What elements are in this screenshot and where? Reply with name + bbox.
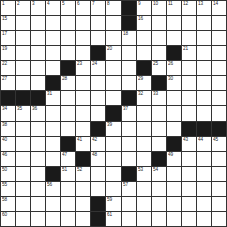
white-cell[interactable] [197,212,211,226]
white-cell[interactable]: 19 [1,46,15,60]
white-cell[interactable]: 25 [152,61,166,75]
white-cell[interactable] [167,106,181,120]
white-cell[interactable] [76,31,90,45]
clue-number: 28 [62,76,67,81]
white-cell[interactable] [61,46,75,60]
white-cell[interactable] [91,91,105,105]
white-cell[interactable] [137,212,151,226]
clue-number: 59 [107,197,112,202]
clue-number: 26 [168,61,173,66]
clue-number: 54 [153,167,158,172]
white-cell[interactable] [137,106,151,120]
white-cell[interactable] [152,122,166,136]
white-cell[interactable] [16,16,30,30]
white-cell[interactable] [91,182,105,196]
black-cell [1,91,15,105]
white-cell[interactable]: 20 [106,46,120,60]
white-cell[interactable] [16,46,30,60]
white-cell[interactable] [182,167,196,181]
white-cell[interactable]: 8 [106,1,120,15]
white-cell[interactable] [167,91,181,105]
clue-number: 56 [47,182,52,187]
black-cell [212,122,226,136]
white-cell[interactable]: 17 [1,31,15,45]
clue-number: 49 [168,152,173,157]
white-cell[interactable]: 11 [167,1,181,15]
white-cell[interactable] [31,152,45,166]
white-cell[interactable] [212,61,226,75]
white-cell[interactable]: 27 [1,76,15,90]
white-cell[interactable] [16,212,30,226]
white-cell[interactable] [76,212,90,226]
white-cell[interactable]: 48 [91,152,105,166]
white-cell[interactable] [31,197,45,211]
white-cell[interactable]: 46 [1,152,15,166]
clue-number: 22 [2,61,7,66]
white-cell[interactable] [16,182,30,196]
white-cell[interactable] [61,212,75,226]
white-cell[interactable]: 18 [122,31,136,45]
white-cell[interactable] [122,152,136,166]
white-cell[interactable]: 52 [76,167,90,181]
clue-number: 5 [62,1,64,6]
white-cell[interactable]: 35 [16,106,30,120]
white-cell[interactable] [122,46,136,60]
white-cell[interactable] [137,137,151,151]
white-cell[interactable]: 45 [212,137,226,151]
black-cell [167,137,181,151]
white-cell[interactable]: 26 [167,61,181,75]
black-cell [122,1,136,15]
white-cell[interactable] [182,152,196,166]
white-cell[interactable]: 4 [46,1,60,15]
clue-number: 53 [138,167,143,172]
white-cell[interactable]: 28 [61,76,75,90]
white-cell[interactable] [212,31,226,45]
white-cell[interactable] [106,182,120,196]
clue-number: 9 [138,1,140,6]
white-cell[interactable] [106,152,120,166]
white-cell[interactable] [76,46,90,60]
white-cell[interactable]: 5 [61,1,75,15]
white-cell[interactable] [182,106,196,120]
white-cell[interactable] [182,76,196,90]
white-cell[interactable] [76,122,90,136]
white-cell[interactable] [16,31,30,45]
white-cell[interactable] [212,167,226,181]
black-cell [76,152,90,166]
white-cell[interactable] [31,61,45,75]
white-cell[interactable] [91,106,105,120]
white-cell[interactable] [182,212,196,226]
white-cell[interactable] [197,61,211,75]
clue-number: 21 [183,46,188,51]
white-cell[interactable]: 53 [137,167,151,181]
white-cell[interactable] [197,76,211,90]
clue-number: 36 [32,106,37,111]
white-cell[interactable] [16,152,30,166]
clue-number: 31 [47,91,52,96]
white-cell[interactable] [76,182,90,196]
white-cell[interactable] [212,182,226,196]
white-cell[interactable] [197,91,211,105]
white-cell[interactable] [152,182,166,196]
white-cell[interactable] [122,137,136,151]
white-cell[interactable] [91,31,105,45]
white-cell[interactable] [61,197,75,211]
clue-number: 17 [2,31,7,36]
white-cell[interactable]: 36 [31,106,45,120]
black-cell [122,167,136,181]
clue-number: 61 [107,212,112,217]
clue-number: 13 [198,1,203,6]
white-cell[interactable] [197,31,211,45]
clue-number: 37 [123,106,128,111]
white-cell[interactable]: 54 [152,167,166,181]
clue-number: 12 [183,1,188,6]
white-cell[interactable] [167,167,181,181]
clue-number: 27 [2,76,7,81]
white-cell[interactable] [152,46,166,60]
black-cell [122,16,136,30]
white-cell[interactable] [182,182,196,196]
white-cell[interactable] [16,197,30,211]
clue-number: 47 [62,152,67,157]
white-cell[interactable] [106,76,120,90]
clue-number: 33 [153,91,158,96]
white-cell[interactable]: 1 [1,1,15,15]
white-cell[interactable] [61,91,75,105]
white-cell[interactable] [137,152,151,166]
clue-number: 8 [107,1,109,6]
white-cell[interactable] [167,197,181,211]
white-cell[interactable]: 29 [137,76,151,90]
white-cell[interactable] [122,197,136,211]
white-cell[interactable] [76,106,90,120]
white-cell[interactable] [61,122,75,136]
white-cell[interactable] [212,46,226,60]
white-cell[interactable]: 44 [197,137,211,151]
clue-number: 40 [2,137,7,142]
white-cell[interactable] [152,106,166,120]
black-cell [122,91,136,105]
white-cell[interactable] [106,61,120,75]
crossword-grid: 1234567891011121314151617181920212223242… [0,0,227,227]
white-cell[interactable] [31,46,45,60]
white-cell[interactable] [46,122,60,136]
black-cell [91,197,105,211]
white-cell[interactable] [197,197,211,211]
white-cell[interactable] [31,16,45,30]
white-cell[interactable] [91,76,105,90]
clue-number: 43 [183,137,188,142]
white-cell[interactable] [182,16,196,30]
white-cell[interactable] [137,31,151,45]
white-cell[interactable] [46,197,60,211]
white-cell[interactable]: 37 [122,106,136,120]
clue-number: 52 [77,167,82,172]
black-cell [61,137,75,151]
white-cell[interactable] [212,16,226,30]
white-cell[interactable] [152,137,166,151]
clue-number: 20 [107,46,112,51]
white-cell[interactable]: 12 [182,1,196,15]
white-cell[interactable] [212,91,226,105]
white-cell[interactable] [46,31,60,45]
clue-number: 19 [2,46,7,51]
white-cell[interactable] [106,167,120,181]
clue-number: 46 [2,152,7,157]
white-cell[interactable] [197,46,211,60]
white-cell[interactable] [106,91,120,105]
white-cell[interactable]: 14 [212,1,226,15]
clue-number: 4 [47,1,49,6]
white-cell[interactable]: 30 [167,76,181,90]
white-cell[interactable] [122,61,136,75]
white-cell[interactable] [61,182,75,196]
white-cell[interactable]: 41 [76,137,90,151]
white-cell[interactable]: 33 [152,91,166,105]
white-cell[interactable] [61,16,75,30]
white-cell[interactable] [46,152,60,166]
white-cell[interactable] [197,16,211,30]
white-cell[interactable]: 39 [106,122,120,136]
white-cell[interactable] [167,182,181,196]
black-cell [61,61,75,75]
black-cell [137,61,151,75]
white-cell[interactable] [76,76,90,90]
white-cell[interactable]: 43 [182,137,196,151]
clue-number: 23 [77,61,82,66]
white-cell[interactable] [91,167,105,181]
white-cell[interactable]: 9 [137,1,151,15]
clue-number: 41 [77,137,82,142]
black-cell [91,46,105,60]
white-cell[interactable] [46,106,60,120]
clue-number: 60 [2,212,7,217]
white-cell[interactable]: 40 [1,137,15,151]
white-cell[interactable] [46,61,60,75]
white-cell[interactable] [31,31,45,45]
clue-number: 1 [2,1,4,6]
white-cell[interactable]: 55 [1,182,15,196]
white-cell[interactable] [76,197,90,211]
white-cell[interactable] [152,31,166,45]
white-cell[interactable] [167,122,181,136]
white-cell[interactable] [122,76,136,90]
white-cell[interactable]: 47 [61,152,75,166]
white-cell[interactable] [16,167,30,181]
white-cell[interactable] [182,197,196,211]
white-cell[interactable]: 2 [16,1,30,15]
clue-number: 29 [138,76,143,81]
clue-number: 15 [2,16,7,21]
white-cell[interactable] [31,76,45,90]
white-cell[interactable] [31,182,45,196]
white-cell[interactable] [137,122,151,136]
white-cell[interactable] [61,106,75,120]
white-cell[interactable]: 13 [197,1,211,15]
white-cell[interactable] [106,31,120,45]
white-cell[interactable] [212,212,226,226]
clue-number: 38 [2,122,7,127]
white-cell[interactable] [137,197,151,211]
white-cell[interactable] [16,61,30,75]
white-cell[interactable]: 42 [91,137,105,151]
white-cell[interactable]: 56 [46,182,60,196]
clue-number: 58 [2,197,7,202]
clue-number: 2 [17,1,19,6]
white-cell[interactable] [106,137,120,151]
white-cell[interactable]: 6 [76,1,90,15]
white-cell[interactable] [212,76,226,90]
black-cell [182,122,196,136]
white-cell[interactable]: 24 [91,61,105,75]
clue-number: 11 [168,1,173,6]
clue-number: 18 [123,31,128,36]
clue-number: 30 [168,76,173,81]
white-cell[interactable]: 34 [1,106,15,120]
black-cell [46,167,60,181]
white-cell[interactable]: 32 [137,91,151,105]
white-cell[interactable]: 31 [46,91,60,105]
white-cell[interactable] [197,182,211,196]
clue-number: 42 [92,137,97,142]
white-cell[interactable] [182,91,196,105]
white-cell[interactable]: 60 [1,212,15,226]
white-cell[interactable]: 15 [1,16,15,30]
white-cell[interactable]: 38 [1,122,15,136]
white-cell[interactable]: 3 [31,1,45,15]
white-cell[interactable] [46,16,60,30]
clue-number: 3 [32,1,34,6]
white-cell[interactable]: 57 [122,182,136,196]
white-cell[interactable] [212,197,226,211]
white-cell[interactable] [167,31,181,45]
black-cell [46,76,60,90]
white-cell[interactable]: 16 [137,16,151,30]
white-cell[interactable] [167,212,181,226]
white-cell[interactable] [46,137,60,151]
white-cell[interactable]: 21 [182,46,196,60]
black-cell [91,212,105,226]
white-cell[interactable] [122,212,136,226]
clue-number: 32 [138,91,143,96]
clue-number: 45 [213,137,218,142]
white-cell[interactable] [197,167,211,181]
black-cell [16,91,30,105]
white-cell[interactable] [106,16,120,30]
white-cell[interactable] [16,76,30,90]
clue-number: 14 [213,1,218,6]
white-cell[interactable] [31,167,45,181]
clue-number: 44 [198,137,203,142]
black-cell [152,152,166,166]
black-cell [106,106,120,120]
black-cell [167,46,181,60]
clue-number: 24 [92,61,97,66]
white-cell[interactable]: 23 [76,61,90,75]
clue-number: 6 [77,1,79,6]
white-cell[interactable] [16,137,30,151]
white-cell[interactable] [152,197,166,211]
clue-number: 48 [92,152,97,157]
black-cell [91,122,105,136]
clue-number: 39 [107,122,112,127]
white-cell[interactable]: 49 [167,152,181,166]
white-cell[interactable]: 58 [1,197,15,211]
white-cell[interactable]: 59 [106,197,120,211]
clue-number: 55 [2,182,7,187]
black-cell [31,91,45,105]
white-cell[interactable] [182,31,196,45]
clue-number: 50 [2,167,7,172]
white-cell[interactable] [197,106,211,120]
white-cell[interactable]: 10 [152,1,166,15]
white-cell[interactable] [91,16,105,30]
white-cell[interactable]: 22 [1,61,15,75]
white-cell[interactable]: 51 [61,167,75,181]
white-cell[interactable] [16,122,30,136]
white-cell[interactable] [182,61,196,75]
black-cell [197,122,211,136]
white-cell[interactable] [76,16,90,30]
clue-number: 57 [123,182,128,187]
white-cell[interactable] [76,91,90,105]
white-cell[interactable] [167,16,181,30]
white-cell[interactable] [31,137,45,151]
white-cell[interactable] [212,106,226,120]
white-cell[interactable]: 7 [91,1,105,15]
clue-number: 16 [138,16,143,21]
clue-number: 25 [153,61,158,66]
white-cell[interactable] [61,31,75,45]
clue-number: 10 [153,1,158,6]
clue-number: 7 [92,1,94,6]
clue-number: 34 [2,106,7,111]
white-cell[interactable]: 61 [106,212,120,226]
white-cell[interactable] [197,152,211,166]
black-cell [152,76,166,90]
white-cell[interactable] [152,16,166,30]
white-cell[interactable] [137,46,151,60]
white-cell[interactable] [122,122,136,136]
white-cell[interactable] [137,182,151,196]
white-cell[interactable]: 50 [1,167,15,181]
white-cell[interactable] [46,46,60,60]
white-cell[interactable] [212,152,226,166]
white-cell[interactable] [152,212,166,226]
clue-number: 51 [62,167,67,172]
white-cell[interactable] [31,212,45,226]
white-cell[interactable] [31,122,45,136]
white-cell[interactable] [46,212,60,226]
clue-number: 35 [17,106,22,111]
